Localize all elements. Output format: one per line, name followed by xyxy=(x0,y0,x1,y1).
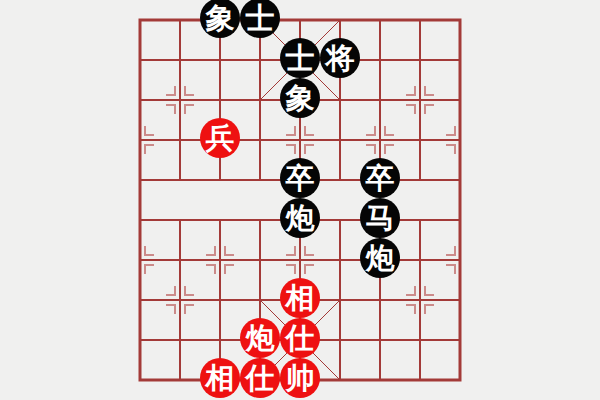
piece-black-general[interactable]: 将 xyxy=(320,38,360,78)
piece-red-elephant[interactable]: 相 xyxy=(200,358,240,398)
piece-black-horse[interactable]: 马 xyxy=(360,198,400,238)
piece-black-elephant[interactable]: 象 xyxy=(280,78,320,118)
pieces-layer: 象士士将象兵卒卒炮马炮相炮仕相仕帅 xyxy=(140,20,460,380)
piece-black-elephant[interactable]: 象 xyxy=(200,0,240,38)
piece-red-cannon[interactable]: 炮 xyxy=(240,318,280,358)
piece-red-soldier[interactable]: 兵 xyxy=(200,118,240,158)
xiangqi-board[interactable]: 象士士将象兵卒卒炮马炮相炮仕相仕帅 xyxy=(140,20,460,380)
piece-black-advisor[interactable]: 士 xyxy=(240,0,280,38)
piece-red-advisor[interactable]: 仕 xyxy=(240,358,280,398)
piece-red-elephant[interactable]: 相 xyxy=(280,278,320,318)
piece-black-soldier[interactable]: 卒 xyxy=(360,158,400,198)
piece-black-soldier[interactable]: 卒 xyxy=(280,158,320,198)
piece-black-advisor[interactable]: 士 xyxy=(280,38,320,78)
piece-red-advisor[interactable]: 仕 xyxy=(280,318,320,358)
piece-black-cannon[interactable]: 炮 xyxy=(360,238,400,278)
app-background: 象士士将象兵卒卒炮马炮相炮仕相仕帅 xyxy=(0,0,600,400)
piece-red-general[interactable]: 帅 xyxy=(280,358,320,398)
piece-black-cannon[interactable]: 炮 xyxy=(280,198,320,238)
